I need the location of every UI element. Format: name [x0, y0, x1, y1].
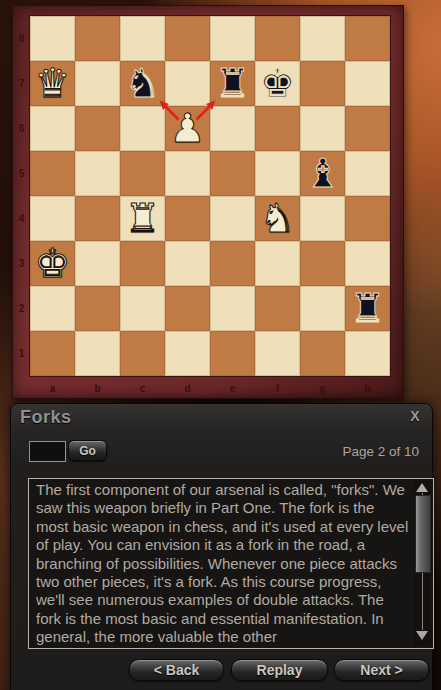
square-b6[interactable] — [75, 106, 120, 151]
square-c6[interactable] — [120, 106, 165, 151]
back-button[interactable]: < Back — [129, 659, 224, 681]
piece-white-queen-a7[interactable]: ♛ — [35, 61, 71, 106]
file-labels: abcdefgh — [30, 377, 390, 399]
panel-title: Forks — [20, 407, 72, 428]
square-b8[interactable] — [75, 16, 120, 61]
square-e8[interactable] — [210, 16, 255, 61]
square-e3[interactable] — [210, 241, 255, 286]
square-f1[interactable] — [255, 331, 300, 376]
square-d8[interactable] — [165, 16, 210, 61]
scrollbar-thumb[interactable] — [415, 495, 431, 573]
square-d2[interactable] — [165, 286, 210, 331]
close-icon[interactable]: X — [407, 408, 423, 424]
rank-label-8: 8 — [13, 16, 30, 61]
square-f8[interactable] — [255, 16, 300, 61]
square-f6[interactable] — [255, 106, 300, 151]
square-h5[interactable] — [345, 151, 390, 196]
file-label-f: f — [255, 377, 300, 399]
piece-black-bishop-g5[interactable]: ♝ — [305, 151, 341, 196]
square-a5[interactable] — [30, 151, 75, 196]
square-h3[interactable] — [345, 241, 390, 286]
square-h4[interactable] — [345, 196, 390, 241]
square-b3[interactable] — [75, 241, 120, 286]
piece-white-king-a3[interactable]: ♚ — [35, 241, 71, 286]
square-a6[interactable] — [30, 106, 75, 151]
page-indicator: Page 2 of 10 — [342, 444, 419, 459]
square-g2[interactable] — [300, 286, 345, 331]
piece-white-knight-f4[interactable]: ♞ — [260, 196, 296, 241]
square-a8[interactable] — [30, 16, 75, 61]
square-g6[interactable] — [300, 106, 345, 151]
piece-white-rook-c4[interactable]: ♜ — [125, 196, 161, 241]
file-label-g: g — [300, 377, 345, 399]
square-a1[interactable] — [30, 331, 75, 376]
square-d3[interactable] — [165, 241, 210, 286]
lesson-text-box: The first component of our arsenal is ca… — [28, 478, 434, 649]
square-a7[interactable]: ♛ — [30, 61, 75, 106]
square-h6[interactable] — [345, 106, 390, 151]
square-b2[interactable] — [75, 286, 120, 331]
square-d4[interactable] — [165, 196, 210, 241]
square-g8[interactable] — [300, 16, 345, 61]
square-a4[interactable] — [30, 196, 75, 241]
square-f7[interactable]: ♚ — [255, 61, 300, 106]
square-c5[interactable] — [120, 151, 165, 196]
square-c8[interactable] — [120, 16, 165, 61]
file-label-h: h — [345, 377, 390, 399]
square-d6[interactable]: ♟ — [165, 106, 210, 151]
square-g3[interactable] — [300, 241, 345, 286]
scroll-down-icon[interactable] — [416, 631, 428, 640]
square-e7[interactable]: ♜ — [210, 61, 255, 106]
square-c2[interactable] — [120, 286, 165, 331]
rank-label-1: 1 — [13, 331, 30, 376]
board-grid: ♛♞♜♚♟♝♜♞♚♜ — [30, 16, 390, 376]
square-g4[interactable] — [300, 196, 345, 241]
rank-label-3: 3 — [13, 241, 30, 286]
rank-labels: 87654321 — [13, 16, 30, 376]
replay-button[interactable]: Replay — [231, 659, 328, 681]
square-b4[interactable] — [75, 196, 120, 241]
file-label-d: d — [165, 377, 210, 399]
piece-black-knight-c7[interactable]: ♞ — [125, 61, 161, 106]
square-d1[interactable] — [165, 331, 210, 376]
piece-black-rook-h2[interactable]: ♜ — [350, 286, 386, 331]
square-c7[interactable]: ♞ — [120, 61, 165, 106]
square-g1[interactable] — [300, 331, 345, 376]
square-d5[interactable] — [165, 151, 210, 196]
square-c3[interactable] — [120, 241, 165, 286]
square-h7[interactable] — [345, 61, 390, 106]
scroll-up-icon[interactable] — [416, 483, 428, 492]
square-b7[interactable] — [75, 61, 120, 106]
rank-label-7: 7 — [13, 61, 30, 106]
piece-white-pawn-d6[interactable]: ♟ — [170, 106, 206, 151]
square-f5[interactable] — [255, 151, 300, 196]
lesson-text: The first component of our arsenal is ca… — [36, 481, 409, 646]
rank-label-6: 6 — [13, 106, 30, 151]
rank-label-2: 2 — [13, 286, 30, 331]
rank-label-4: 4 — [13, 196, 30, 241]
file-label-c: c — [120, 377, 165, 399]
square-h1[interactable] — [345, 331, 390, 376]
square-e5[interactable] — [210, 151, 255, 196]
page-number-input[interactable] — [29, 441, 66, 462]
scrollbar[interactable] — [414, 481, 431, 646]
square-d7[interactable] — [165, 61, 210, 106]
square-b5[interactable] — [75, 151, 120, 196]
square-h2[interactable]: ♜ — [345, 286, 390, 331]
square-a3[interactable]: ♚ — [30, 241, 75, 286]
square-c4[interactable]: ♜ — [120, 196, 165, 241]
square-f3[interactable] — [255, 241, 300, 286]
file-label-e: e — [210, 377, 255, 399]
square-f4[interactable]: ♞ — [255, 196, 300, 241]
lesson-panel: Forks X Go Page 2 of 10 The first compon… — [10, 403, 433, 690]
next-button[interactable]: Next > — [334, 659, 429, 681]
square-a2[interactable] — [30, 286, 75, 331]
go-button[interactable]: Go — [68, 440, 107, 461]
square-e4[interactable] — [210, 196, 255, 241]
piece-black-rook-e7[interactable]: ♜ — [215, 61, 251, 106]
square-e1[interactable] — [210, 331, 255, 376]
file-label-b: b — [75, 377, 120, 399]
square-e2[interactable] — [210, 286, 255, 331]
chess-board: 87654321 abcdefgh ♛♞♜♚♟♝♜♞♚♜ — [12, 5, 404, 399]
square-b1[interactable] — [75, 331, 120, 376]
square-g7[interactable] — [300, 61, 345, 106]
file-label-a: a — [30, 377, 75, 399]
piece-black-king-f7[interactable]: ♚ — [260, 61, 296, 106]
square-g5[interactable]: ♝ — [300, 151, 345, 196]
square-h8[interactable] — [345, 16, 390, 61]
square-f2[interactable] — [255, 286, 300, 331]
square-c1[interactable] — [120, 331, 165, 376]
square-e6[interactable] — [210, 106, 255, 151]
rank-label-5: 5 — [13, 151, 30, 196]
